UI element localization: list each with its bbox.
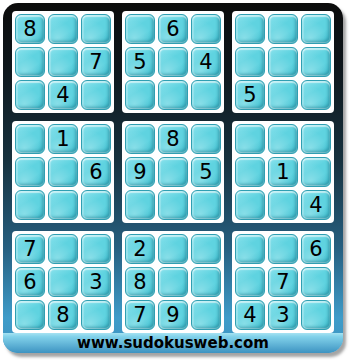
box-23: 14 xyxy=(232,121,334,223)
cell-r6c9[interactable]: 4 xyxy=(301,190,331,220)
cell-r2c3[interactable]: 7 xyxy=(81,47,111,77)
cell-r5c2[interactable] xyxy=(48,157,78,187)
cell-r8c8[interactable]: 7 xyxy=(268,267,298,297)
cell-r1c1[interactable]: 8 xyxy=(15,14,45,44)
given-digit: 7 xyxy=(276,272,289,293)
cell-r9c5[interactable]: 9 xyxy=(158,300,188,330)
cell-r2c6[interactable]: 4 xyxy=(191,47,221,77)
given-digit: 4 xyxy=(243,305,256,326)
given-digit: 8 xyxy=(133,272,146,293)
box-11: 874 xyxy=(12,11,114,113)
cell-r4c5[interactable]: 8 xyxy=(158,124,188,154)
box-21: 16 xyxy=(12,121,114,223)
cell-r1c2[interactable] xyxy=(48,14,78,44)
cell-r9c8[interactable]: 3 xyxy=(268,300,298,330)
cell-r2c7[interactable] xyxy=(235,47,265,77)
cell-r5c9[interactable] xyxy=(301,157,331,187)
cell-r3c6[interactable] xyxy=(191,80,221,110)
cell-r4c4[interactable] xyxy=(125,124,155,154)
cell-r5c7[interactable] xyxy=(235,157,265,187)
given-digit: 9 xyxy=(133,162,146,183)
cell-r3c5[interactable] xyxy=(158,80,188,110)
site-link[interactable]: www.sudokusweb.com xyxy=(77,334,269,352)
cell-r7c7[interactable] xyxy=(235,234,265,264)
given-digit: 9 xyxy=(166,305,179,326)
box-12: 654 xyxy=(122,11,224,113)
given-digit: 7 xyxy=(133,305,146,326)
sudoku-widget: 87465451689514763828796743 www.sudokuswe… xyxy=(0,0,350,360)
cell-r2c9[interactable] xyxy=(301,47,331,77)
given-digit: 5 xyxy=(243,85,256,106)
cell-r9c6[interactable] xyxy=(191,300,221,330)
cell-r6c3[interactable] xyxy=(81,190,111,220)
given-digit: 6 xyxy=(166,19,179,40)
cell-r3c4[interactable] xyxy=(125,80,155,110)
sudoku-board: 87465451689514763828796743 xyxy=(12,11,334,333)
cell-r5c6[interactable]: 5 xyxy=(191,157,221,187)
board-frame: 87465451689514763828796743 www.sudokuswe… xyxy=(3,3,343,353)
cell-r3c9[interactable] xyxy=(301,80,331,110)
cell-r2c1[interactable] xyxy=(15,47,45,77)
cell-r8c1[interactable]: 6 xyxy=(15,267,45,297)
given-digit: 4 xyxy=(309,195,322,216)
cell-r9c4[interactable]: 7 xyxy=(125,300,155,330)
given-digit: 8 xyxy=(166,129,179,150)
given-digit: 4 xyxy=(199,52,212,73)
box-22: 895 xyxy=(122,121,224,223)
cell-r2c2[interactable] xyxy=(48,47,78,77)
cell-r4c9[interactable] xyxy=(301,124,331,154)
box-31: 7638 xyxy=(12,231,114,333)
cell-r9c7[interactable]: 4 xyxy=(235,300,265,330)
cell-r8c4[interactable]: 8 xyxy=(125,267,155,297)
cell-r5c5[interactable] xyxy=(158,157,188,187)
cell-r1c4[interactable] xyxy=(125,14,155,44)
given-digit: 4 xyxy=(56,85,69,106)
cell-r5c3[interactable]: 6 xyxy=(81,157,111,187)
given-digit: 8 xyxy=(23,19,36,40)
cell-r9c2[interactable]: 8 xyxy=(48,300,78,330)
cell-r9c9[interactable] xyxy=(301,300,331,330)
box-33: 6743 xyxy=(232,231,334,333)
cell-r7c4[interactable]: 2 xyxy=(125,234,155,264)
box-32: 2879 xyxy=(122,231,224,333)
cell-r4c6[interactable] xyxy=(191,124,221,154)
given-digit: 6 xyxy=(23,272,36,293)
cell-r7c2[interactable] xyxy=(48,234,78,264)
cell-r1c5[interactable]: 6 xyxy=(158,14,188,44)
given-digit: 6 xyxy=(309,239,322,260)
cell-r8c3[interactable]: 3 xyxy=(81,267,111,297)
cell-r3c7[interactable]: 5 xyxy=(235,80,265,110)
cell-r3c8[interactable] xyxy=(268,80,298,110)
cell-r4c1[interactable] xyxy=(15,124,45,154)
cell-r8c9[interactable] xyxy=(301,267,331,297)
cell-r4c2[interactable]: 1 xyxy=(48,124,78,154)
cell-r1c8[interactable] xyxy=(268,14,298,44)
cell-r2c8[interactable] xyxy=(268,47,298,77)
cell-r5c4[interactable]: 9 xyxy=(125,157,155,187)
cell-r7c1[interactable]: 7 xyxy=(15,234,45,264)
cell-r8c5[interactable] xyxy=(158,267,188,297)
cell-r4c3[interactable] xyxy=(81,124,111,154)
cell-r7c5[interactable] xyxy=(158,234,188,264)
given-digit: 5 xyxy=(199,162,212,183)
cell-r7c8[interactable] xyxy=(268,234,298,264)
cell-r2c4[interactable]: 5 xyxy=(125,47,155,77)
cell-r9c1[interactable] xyxy=(15,300,45,330)
cell-r6c8[interactable] xyxy=(268,190,298,220)
given-digit: 5 xyxy=(133,52,146,73)
box-13: 5 xyxy=(232,11,334,113)
cell-r7c9[interactable]: 6 xyxy=(301,234,331,264)
cell-r3c2[interactable]: 4 xyxy=(48,80,78,110)
cell-r1c9[interactable] xyxy=(301,14,331,44)
cell-r8c7[interactable] xyxy=(235,267,265,297)
cell-r6c4[interactable] xyxy=(125,190,155,220)
cell-r1c7[interactable] xyxy=(235,14,265,44)
cell-r8c2[interactable] xyxy=(48,267,78,297)
cell-r4c8[interactable] xyxy=(268,124,298,154)
cell-r8c6[interactable] xyxy=(191,267,221,297)
cell-r6c2[interactable] xyxy=(48,190,78,220)
given-digit: 7 xyxy=(89,52,102,73)
cell-r9c3[interactable] xyxy=(81,300,111,330)
cell-r4c7[interactable] xyxy=(235,124,265,154)
given-digit: 7 xyxy=(23,239,36,260)
cell-r3c3[interactable] xyxy=(81,80,111,110)
cell-r6c7[interactable] xyxy=(235,190,265,220)
given-digit: 6 xyxy=(89,162,102,183)
cell-r2c5[interactable] xyxy=(158,47,188,77)
cell-r1c3[interactable] xyxy=(81,14,111,44)
given-digit: 2 xyxy=(133,239,146,260)
cell-r7c3[interactable] xyxy=(81,234,111,264)
cell-r6c1[interactable] xyxy=(15,190,45,220)
cell-r7c6[interactable] xyxy=(191,234,221,264)
given-digit: 3 xyxy=(276,305,289,326)
cell-r3c1[interactable] xyxy=(15,80,45,110)
given-digit: 8 xyxy=(56,305,69,326)
cell-r6c6[interactable] xyxy=(191,190,221,220)
given-digit: 3 xyxy=(89,272,102,293)
cell-r5c1[interactable] xyxy=(15,157,45,187)
footer-bar: www.sudokusweb.com xyxy=(3,333,343,353)
given-digit: 1 xyxy=(276,162,289,183)
given-digit: 1 xyxy=(56,129,69,150)
cell-r5c8[interactable]: 1 xyxy=(268,157,298,187)
cell-r6c5[interactable] xyxy=(158,190,188,220)
cell-r1c6[interactable] xyxy=(191,14,221,44)
